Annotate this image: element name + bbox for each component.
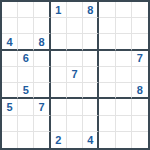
cell-r1c2[interactable]	[18, 2, 34, 18]
cell-r7c1-given[interactable]: 5	[2, 99, 18, 115]
cell-r4c2-given[interactable]: 6	[18, 51, 34, 67]
cell-r3c2[interactable]	[18, 34, 34, 50]
cell-r6c5[interactable]	[67, 83, 83, 99]
cell-r7c9[interactable]	[132, 99, 148, 115]
cell-r9c7[interactable]	[99, 132, 115, 148]
cell-r7c7[interactable]	[99, 99, 115, 115]
cell-r6c7[interactable]	[99, 83, 115, 99]
cell-r3c6[interactable]	[83, 34, 99, 50]
cell-r8c6[interactable]	[83, 116, 99, 132]
cell-r2c2[interactable]	[18, 18, 34, 34]
cell-r2c1[interactable]	[2, 18, 18, 34]
cell-r1c3[interactable]	[34, 2, 50, 18]
cell-r3c8[interactable]	[116, 34, 132, 50]
cell-r2c6[interactable]	[83, 18, 99, 34]
cell-r5c9[interactable]	[132, 67, 148, 83]
cell-r8c7[interactable]	[99, 116, 115, 132]
cell-r8c9[interactable]	[132, 116, 148, 132]
cell-r8c3[interactable]	[34, 116, 50, 132]
cell-r3c1-given[interactable]: 4	[2, 34, 18, 50]
cell-r8c2[interactable]	[18, 116, 34, 132]
cell-r4c3[interactable]	[34, 51, 50, 67]
cell-r7c3-given[interactable]: 7	[34, 99, 50, 115]
cell-r9c4-given[interactable]: 2	[51, 132, 67, 148]
cell-r5c2[interactable]	[18, 67, 34, 83]
cell-r6c6[interactable]	[83, 83, 99, 99]
cell-r4c4[interactable]	[51, 51, 67, 67]
cell-r2c4[interactable]	[51, 18, 67, 34]
cell-r5c3[interactable]	[34, 67, 50, 83]
cell-r7c2[interactable]	[18, 99, 34, 115]
cell-r8c1[interactable]	[2, 116, 18, 132]
cell-r4c7[interactable]	[99, 51, 115, 67]
cell-r6c4[interactable]	[51, 83, 67, 99]
cell-r5c8[interactable]	[116, 67, 132, 83]
cell-r4c9-given[interactable]: 7	[132, 51, 148, 67]
cell-r7c6[interactable]	[83, 99, 99, 115]
cell-r5c7[interactable]	[99, 67, 115, 83]
cell-r9c2[interactable]	[18, 132, 34, 148]
cell-r9c5[interactable]	[67, 132, 83, 148]
cell-r4c6[interactable]	[83, 51, 99, 67]
cell-r2c7[interactable]	[99, 18, 115, 34]
cell-r3c5[interactable]	[67, 34, 83, 50]
cell-r8c4[interactable]	[51, 116, 67, 132]
cell-r1c1[interactable]	[2, 2, 18, 18]
cell-r2c5[interactable]	[67, 18, 83, 34]
cell-r7c4[interactable]	[51, 99, 67, 115]
cell-r1c8[interactable]	[116, 2, 132, 18]
cell-r3c4[interactable]	[51, 34, 67, 50]
cell-r5c1[interactable]	[2, 67, 18, 83]
cell-r9c1[interactable]	[2, 132, 18, 148]
cell-r7c8[interactable]	[116, 99, 132, 115]
cell-r5c6[interactable]	[83, 67, 99, 83]
cell-r5c4[interactable]	[51, 67, 67, 83]
cell-r7c5[interactable]	[67, 99, 83, 115]
cell-r9c6-given[interactable]: 4	[83, 132, 99, 148]
cell-r5c5-given[interactable]: 7	[67, 67, 83, 83]
cell-r3c9[interactable]	[132, 34, 148, 50]
cell-r4c8[interactable]	[116, 51, 132, 67]
cell-r1c4-given[interactable]: 1	[51, 2, 67, 18]
cell-r2c8[interactable]	[116, 18, 132, 34]
cell-r2c9[interactable]	[132, 18, 148, 34]
cell-r2c3[interactable]	[34, 18, 50, 34]
cell-r8c5[interactable]	[67, 116, 83, 132]
cell-r8c8[interactable]	[116, 116, 132, 132]
cell-r6c1[interactable]	[2, 83, 18, 99]
cell-r9c9[interactable]	[132, 132, 148, 148]
cell-r6c9-given[interactable]: 8	[132, 83, 148, 99]
cell-r4c1[interactable]	[2, 51, 18, 67]
cell-r9c8[interactable]	[116, 132, 132, 148]
sudoku-board: 1848677585724	[0, 0, 150, 150]
cell-r1c7[interactable]	[99, 2, 115, 18]
cell-r6c3[interactable]	[34, 83, 50, 99]
cell-r3c7[interactable]	[99, 34, 115, 50]
cell-r6c2-given[interactable]: 5	[18, 83, 34, 99]
cell-r4c5[interactable]	[67, 51, 83, 67]
cell-r1c5[interactable]	[67, 2, 83, 18]
cell-r9c3[interactable]	[34, 132, 50, 148]
cell-r1c9[interactable]	[132, 2, 148, 18]
cell-r1c6-given[interactable]: 8	[83, 2, 99, 18]
cell-r3c3-given[interactable]: 8	[34, 34, 50, 50]
cell-r6c8[interactable]	[116, 83, 132, 99]
